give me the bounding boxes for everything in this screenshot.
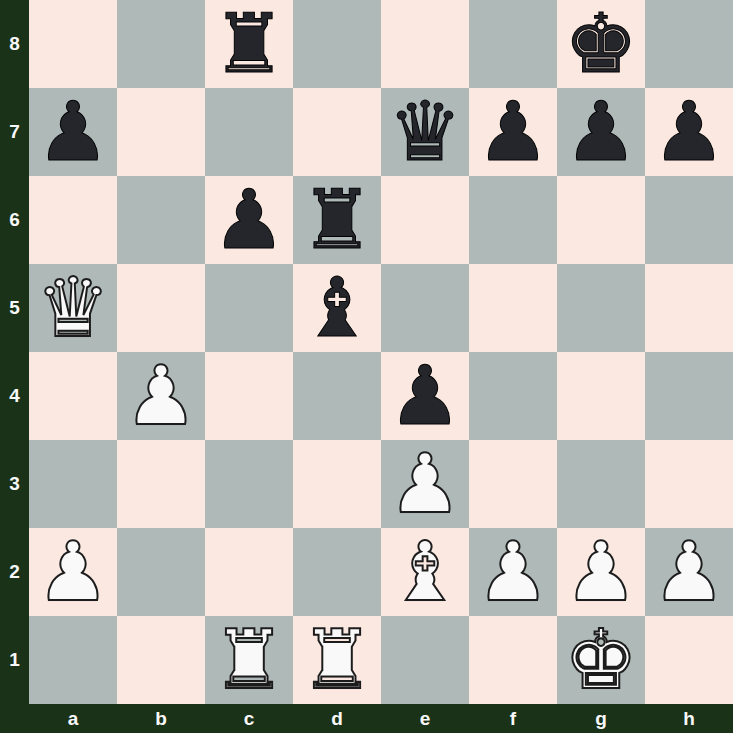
square-d6[interactable]: ♜ [293, 176, 381, 264]
file-label-e: e [381, 704, 469, 733]
square-e2[interactable]: ♝ [381, 528, 469, 616]
rank-label-2: 2 [0, 528, 29, 616]
white-pawn-f2[interactable]: ♟ [476, 528, 550, 616]
square-g5[interactable] [557, 264, 645, 352]
square-f6[interactable] [469, 176, 557, 264]
square-a8[interactable] [29, 0, 117, 88]
square-e7[interactable]: ♛ [381, 88, 469, 176]
square-c4[interactable] [205, 352, 293, 440]
square-b3[interactable] [117, 440, 205, 528]
square-f4[interactable] [469, 352, 557, 440]
rank-label-4: 4 [0, 352, 29, 440]
file-label-g: g [557, 704, 645, 733]
white-pawn-g2[interactable]: ♟ [564, 528, 638, 616]
square-d8[interactable] [293, 0, 381, 88]
square-b5[interactable] [117, 264, 205, 352]
square-a6[interactable] [29, 176, 117, 264]
square-f2[interactable]: ♟ [469, 528, 557, 616]
square-d1[interactable]: ♜ [293, 616, 381, 704]
square-b1[interactable] [117, 616, 205, 704]
black-rook-c8[interactable]: ♜ [212, 0, 286, 88]
file-label-f: f [469, 704, 557, 733]
square-h5[interactable] [645, 264, 733, 352]
rank-label-6: 6 [0, 176, 29, 264]
square-a2[interactable]: ♟ [29, 528, 117, 616]
square-g7[interactable]: ♟ [557, 88, 645, 176]
square-b4[interactable]: ♟ [117, 352, 205, 440]
square-e6[interactable] [381, 176, 469, 264]
square-b2[interactable] [117, 528, 205, 616]
white-rook-c1[interactable]: ♜ [212, 616, 286, 704]
square-g4[interactable] [557, 352, 645, 440]
square-a3[interactable] [29, 440, 117, 528]
square-e4[interactable]: ♟ [381, 352, 469, 440]
square-c5[interactable] [205, 264, 293, 352]
square-c7[interactable] [205, 88, 293, 176]
white-rook-d1[interactable]: ♜ [300, 616, 374, 704]
square-c1[interactable]: ♜ [205, 616, 293, 704]
white-bishop-e2[interactable]: ♝ [388, 528, 462, 616]
square-f3[interactable] [469, 440, 557, 528]
chess-board[interactable]: ♜♚♟♛♟♟♟♟♜♛♝♟♟♟♟♝♟♟♟♜♜♚ [29, 0, 733, 704]
rank-labels: 87654321 [0, 0, 29, 704]
square-h6[interactable] [645, 176, 733, 264]
white-king-g1[interactable]: ♚ [564, 616, 638, 704]
file-labels: abcdefgh [29, 704, 733, 733]
square-e5[interactable] [381, 264, 469, 352]
white-pawn-b4[interactable]: ♟ [124, 352, 198, 440]
square-e1[interactable] [381, 616, 469, 704]
square-a1[interactable] [29, 616, 117, 704]
black-pawn-e4[interactable]: ♟ [388, 352, 462, 440]
square-f7[interactable]: ♟ [469, 88, 557, 176]
square-h4[interactable] [645, 352, 733, 440]
file-label-b: b [117, 704, 205, 733]
square-b6[interactable] [117, 176, 205, 264]
square-c6[interactable]: ♟ [205, 176, 293, 264]
chess-board-app: 87654321 ♜♚♟♛♟♟♟♟♜♛♝♟♟♟♟♝♟♟♟♜♜♚ abcdefgh [0, 0, 733, 733]
square-d4[interactable] [293, 352, 381, 440]
black-pawn-g7[interactable]: ♟ [564, 88, 638, 176]
rank-label-7: 7 [0, 88, 29, 176]
file-label-c: c [205, 704, 293, 733]
square-f8[interactable] [469, 0, 557, 88]
square-g6[interactable] [557, 176, 645, 264]
square-a7[interactable]: ♟ [29, 88, 117, 176]
square-e8[interactable] [381, 0, 469, 88]
white-queen-a5[interactable]: ♛ [36, 264, 110, 352]
square-g8[interactable]: ♚ [557, 0, 645, 88]
rank-label-8: 8 [0, 0, 29, 88]
black-rook-d6[interactable]: ♜ [300, 176, 374, 264]
black-pawn-c6[interactable]: ♟ [212, 176, 286, 264]
square-f5[interactable] [469, 264, 557, 352]
black-queen-e7[interactable]: ♛ [388, 88, 462, 176]
square-c8[interactable]: ♜ [205, 0, 293, 88]
square-g2[interactable]: ♟ [557, 528, 645, 616]
square-g3[interactable] [557, 440, 645, 528]
black-pawn-f7[interactable]: ♟ [476, 88, 550, 176]
rank-label-5: 5 [0, 264, 29, 352]
square-e3[interactable]: ♟ [381, 440, 469, 528]
file-label-d: d [293, 704, 381, 733]
square-h3[interactable] [645, 440, 733, 528]
square-h8[interactable] [645, 0, 733, 88]
square-c3[interactable] [205, 440, 293, 528]
square-d5[interactable]: ♝ [293, 264, 381, 352]
white-pawn-e3[interactable]: ♟ [388, 440, 462, 528]
black-bishop-d5[interactable]: ♝ [300, 264, 374, 352]
black-king-g8[interactable]: ♚ [564, 0, 638, 88]
square-a5[interactable]: ♛ [29, 264, 117, 352]
square-c2[interactable] [205, 528, 293, 616]
square-d2[interactable] [293, 528, 381, 616]
square-d7[interactable] [293, 88, 381, 176]
square-h2[interactable]: ♟ [645, 528, 733, 616]
square-f1[interactable] [469, 616, 557, 704]
square-g1[interactable]: ♚ [557, 616, 645, 704]
square-h1[interactable] [645, 616, 733, 704]
square-h7[interactable]: ♟ [645, 88, 733, 176]
white-pawn-h2[interactable]: ♟ [652, 528, 726, 616]
rank-label-1: 1 [0, 616, 29, 704]
square-d3[interactable] [293, 440, 381, 528]
file-label-h: h [645, 704, 733, 733]
square-b7[interactable] [117, 88, 205, 176]
black-pawn-a7[interactable]: ♟ [36, 88, 110, 176]
rank-label-3: 3 [0, 440, 29, 528]
file-label-a: a [29, 704, 117, 733]
white-pawn-a2[interactable]: ♟ [36, 528, 110, 616]
square-a4[interactable] [29, 352, 117, 440]
square-b8[interactable] [117, 0, 205, 88]
black-pawn-h7[interactable]: ♟ [652, 88, 726, 176]
